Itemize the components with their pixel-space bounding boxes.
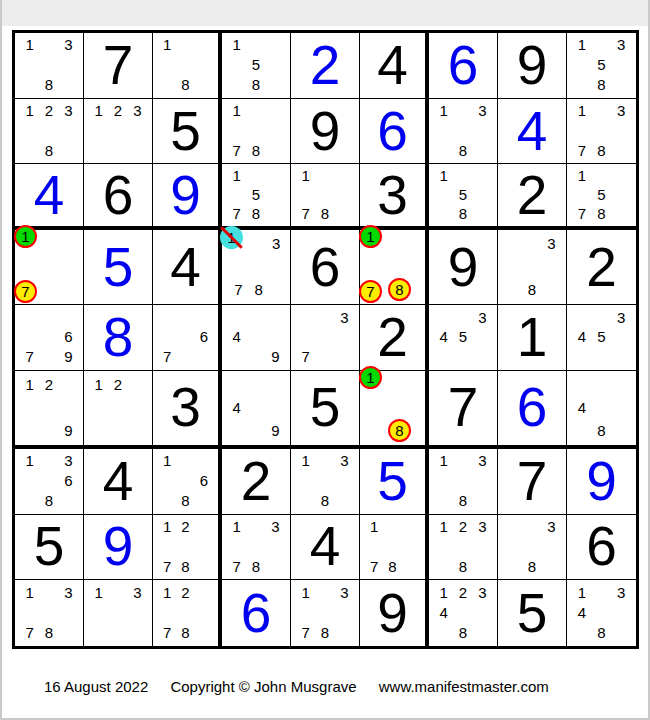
cell-r5c9[interactable]: 345 — [567, 305, 636, 371]
cell-r8c1[interactable]: 5 — [15, 515, 84, 581]
candidate-7-yellow-mark: 7 — [14, 280, 37, 303]
candidate-7: 7 — [158, 623, 176, 643]
window-top-strip — [2, 0, 648, 26]
cell-r6c4[interactable]: 49 — [222, 371, 291, 449]
candidate-9: 9 — [59, 419, 78, 442]
candidate-2: 2 — [176, 582, 194, 602]
candidate-8: 8 — [315, 204, 334, 223]
given-digit: 9 — [498, 33, 566, 98]
cell-r9c6[interactable]: 9 — [360, 580, 429, 646]
candidate-3: 3 — [611, 307, 631, 327]
candidate-1: 1 — [20, 35, 39, 55]
cell-r6c7[interactable]: 7 — [429, 371, 498, 449]
solved-digit: 9 — [567, 449, 636, 514]
candidate-1-elim-mark: 1 — [220, 226, 243, 249]
candidate-8: 8 — [246, 556, 265, 576]
candidate-8: 8 — [176, 75, 194, 95]
cell-r8c9[interactable]: 6 — [567, 515, 636, 581]
cell-r2c9[interactable]: 1378 — [567, 99, 636, 165]
candidate-1: 1 — [296, 582, 315, 602]
candidate-1: 1 — [434, 582, 453, 602]
footer-copyright: Copyright © John Musgrave — [170, 678, 356, 695]
cell-r6c5[interactable]: 5 — [291, 371, 360, 449]
cell-r5c7[interactable]: 345 — [429, 305, 498, 371]
solved-digit: 9 — [84, 515, 152, 580]
cell-r9c9[interactable]: 1348 — [567, 580, 636, 646]
candidate-3: 3 — [335, 451, 354, 471]
candidate-8: 8 — [592, 419, 612, 442]
candidate-7: 7 — [227, 278, 250, 301]
cell-r9c2[interactable]: 13 — [84, 580, 153, 646]
candidate-9: 9 — [266, 347, 285, 367]
candidate-1: 1 — [296, 451, 315, 471]
cell-r9c4[interactable]: 6 — [222, 580, 291, 646]
given-digit: 1 — [498, 305, 566, 370]
cell-r3c9[interactable]: 1578 — [567, 164, 636, 230]
solved-digit: 6 — [498, 371, 566, 445]
cell-r1c9[interactable]: 1358 — [567, 33, 636, 99]
given-digit: 2 — [498, 164, 566, 226]
cell-r3c8[interactable]: 2 — [498, 164, 567, 230]
candidate-3: 3 — [473, 451, 492, 471]
candidate-1: 1 — [89, 373, 108, 396]
solved-digit: 6 — [429, 33, 497, 98]
candidate-7-yellow-mark: 7 — [359, 280, 382, 303]
cell-r3c3[interactable]: 9 — [153, 164, 222, 230]
candidate-1: 1 — [434, 166, 453, 185]
candidate-8: 8 — [315, 623, 334, 643]
cell-r1c3[interactable]: 18 — [153, 33, 222, 99]
candidate-1: 1 — [572, 166, 592, 185]
solved-digit: 5 — [360, 449, 425, 514]
cell-r7c6[interactable]: 5 — [360, 449, 429, 515]
candidate-6: 6 — [59, 327, 78, 347]
candidate-8: 8 — [246, 141, 265, 161]
given-digit: 7 — [429, 371, 497, 445]
candidate-1: 1 — [434, 451, 453, 471]
cell-r7c7[interactable]: 138 — [429, 449, 498, 515]
candidate-2: 2 — [453, 517, 472, 537]
cell-r2c6[interactable]: 6 — [360, 99, 429, 165]
candidate-7: 7 — [227, 556, 246, 576]
cell-r9c8[interactable]: 5 — [498, 580, 567, 646]
candidate-3: 3 — [611, 101, 631, 121]
candidate-8: 8 — [522, 556, 541, 576]
cell-r8c4[interactable]: 1378 — [222, 515, 291, 581]
cell-r3c6[interactable]: 3 — [360, 164, 429, 230]
given-digit: 5 — [498, 580, 566, 646]
candidate-6: 6 — [195, 471, 213, 491]
candidate-4: 4 — [572, 396, 592, 419]
candidate-7: 7 — [296, 347, 315, 367]
footer: 16 August 2022 Copyright © John Musgrave… — [44, 678, 549, 695]
cell-r3c1[interactable]: 4 — [15, 164, 84, 230]
candidate-6: 6 — [59, 471, 78, 491]
candidate-1: 1 — [20, 373, 39, 396]
candidate-3: 3 — [128, 101, 147, 121]
candidate-1-green-mark: 1 — [359, 366, 382, 389]
candidate-3: 3 — [59, 582, 78, 602]
cell-r2c4[interactable]: 178 — [222, 99, 291, 165]
candidate-8: 8 — [246, 75, 265, 95]
cell-r1c8[interactable]: 9 — [498, 33, 567, 99]
candidate-1: 1 — [158, 517, 176, 537]
cell-r2c8[interactable]: 4 — [498, 99, 567, 165]
candidate-8: 8 — [250, 278, 268, 301]
cell-r8c7[interactable]: 1238 — [429, 515, 498, 581]
candidate-8: 8 — [592, 75, 612, 95]
candidate-1: 1 — [227, 101, 246, 121]
candidate-7: 7 — [572, 204, 592, 223]
cell-r7c4[interactable]: 2 — [222, 449, 291, 515]
given-digit: 4 — [291, 515, 359, 580]
cell-r6c8[interactable]: 6 — [498, 371, 567, 449]
candidate-1: 1 — [20, 582, 39, 602]
candidate-1: 1 — [20, 101, 39, 121]
candidate-4: 4 — [434, 603, 453, 623]
candidate-8: 8 — [39, 491, 58, 511]
candidate-3: 3 — [128, 582, 147, 602]
cell-r6c6[interactable]: 18 — [360, 371, 429, 449]
candidate-3: 3 — [335, 307, 354, 327]
candidate-8: 8 — [453, 556, 472, 576]
candidate-3: 3 — [266, 517, 285, 537]
cell-r5c2[interactable]: 8 — [84, 305, 153, 371]
solved-digit: 4 — [15, 164, 83, 226]
candidate-1: 1 — [434, 517, 453, 537]
cell-r2c1[interactable]: 1238 — [15, 99, 84, 165]
given-digit: 9 — [291, 99, 359, 164]
candidate-5: 5 — [453, 185, 472, 204]
solved-digit: 8 — [84, 305, 152, 370]
candidate-8-yellow-mark: 8 — [388, 278, 411, 301]
candidate-8-yellow-mark: 8 — [388, 419, 411, 442]
candidate-5: 5 — [246, 55, 265, 75]
candidate-3: 3 — [611, 582, 631, 602]
candidate-7: 7 — [158, 556, 176, 576]
candidate-8: 8 — [176, 623, 194, 643]
candidate-8: 8 — [592, 204, 612, 223]
cell-r5c4[interactable]: 49 — [222, 305, 291, 371]
cell-r4c8[interactable]: 38 — [498, 230, 567, 305]
candidate-7: 7 — [158, 347, 176, 367]
cell-r3c7[interactable]: 158 — [429, 164, 498, 230]
candidate-3: 3 — [542, 517, 561, 537]
cell-r6c1[interactable]: 129 — [15, 371, 84, 449]
cell-r1c6[interactable]: 4 — [360, 33, 429, 99]
sudoku-board: 1387181582469135812381235178961384137846… — [12, 30, 639, 649]
candidate-3: 3 — [59, 451, 78, 471]
cell-r1c7[interactable]: 6 — [429, 33, 498, 99]
solved-digit: 4 — [498, 99, 566, 164]
candidate-8: 8 — [246, 204, 265, 223]
candidate-2: 2 — [108, 373, 127, 396]
given-digit: 4 — [84, 449, 152, 514]
cell-r7c3[interactable]: 168 — [153, 449, 222, 515]
cell-r5c5[interactable]: 37 — [291, 305, 360, 371]
page: 1387181582469135812381235178961384137846… — [0, 0, 650, 720]
cell-r4c4[interactable]: 1378 — [222, 230, 291, 305]
candidate-3: 3 — [473, 307, 492, 327]
cell-r2c5[interactable]: 9 — [291, 99, 360, 165]
candidate-3: 3 — [542, 232, 561, 255]
given-digit: 9 — [360, 580, 425, 646]
cell-r5c8[interactable]: 1 — [498, 305, 567, 371]
candidate-1: 1 — [365, 517, 383, 537]
cell-r9c3[interactable]: 1278 — [153, 580, 222, 646]
given-digit: 6 — [84, 164, 152, 226]
candidate-5: 5 — [246, 185, 265, 204]
candidate-2: 2 — [453, 582, 472, 602]
candidate-3: 3 — [59, 101, 78, 121]
candidate-1: 1 — [434, 101, 453, 121]
candidate-8: 8 — [176, 556, 194, 576]
cell-r9c5[interactable]: 1378 — [291, 580, 360, 646]
candidate-8: 8 — [315, 491, 334, 511]
cell-r8c8[interactable]: 38 — [498, 515, 567, 581]
cell-r2c7[interactable]: 138 — [429, 99, 498, 165]
given-digit: 7 — [84, 33, 152, 98]
cell-r2c3[interactable]: 5 — [153, 99, 222, 165]
candidate-1-green-mark: 1 — [14, 225, 37, 248]
candidate-5: 5 — [592, 55, 612, 75]
candidate-7: 7 — [296, 204, 315, 223]
cell-r1c5[interactable]: 2 — [291, 33, 360, 99]
candidate-5: 5 — [592, 185, 612, 204]
cell-r2c2[interactable]: 123 — [84, 99, 153, 165]
given-digit: 9 — [429, 230, 497, 304]
cell-r7c8[interactable]: 7 — [498, 449, 567, 515]
solved-digit: 9 — [153, 164, 218, 226]
given-digit: 7 — [498, 449, 566, 514]
cell-r1c1[interactable]: 138 — [15, 33, 84, 99]
candidate-3: 3 — [473, 517, 492, 537]
cell-r5c6[interactable]: 2 — [360, 305, 429, 371]
cell-r7c5[interactable]: 138 — [291, 449, 360, 515]
candidate-4: 4 — [227, 327, 246, 347]
candidate-3: 3 — [335, 582, 354, 602]
candidate-1: 1 — [158, 451, 176, 471]
given-digit: 2 — [567, 230, 636, 304]
candidate-1: 1 — [227, 517, 246, 537]
candidate-8: 8 — [592, 141, 612, 161]
cell-r4c5[interactable]: 6 — [291, 230, 360, 305]
candidate-8: 8 — [592, 623, 612, 643]
candidate-5: 5 — [592, 327, 612, 347]
solved-digit: 6 — [360, 99, 425, 164]
cell-r7c9[interactable]: 9 — [567, 449, 636, 515]
cell-r1c4[interactable]: 158 — [222, 33, 291, 99]
cell-r4c6[interactable]: 178 — [360, 230, 429, 305]
cell-r8c2[interactable]: 9 — [84, 515, 153, 581]
candidate-4: 4 — [572, 603, 592, 623]
given-digit: 6 — [291, 230, 359, 304]
candidate-8: 8 — [453, 141, 472, 161]
candidate-3: 3 — [473, 582, 492, 602]
given-digit: 5 — [15, 515, 83, 580]
given-digit: 4 — [360, 33, 425, 98]
cell-r7c1[interactable]: 1368 — [15, 449, 84, 515]
candidate-3: 3 — [611, 35, 631, 55]
candidate-2: 2 — [108, 101, 127, 121]
candidate-9: 9 — [266, 419, 285, 442]
candidate-7: 7 — [365, 556, 383, 576]
cell-r1c2[interactable]: 7 — [84, 33, 153, 99]
candidate-8: 8 — [453, 491, 472, 511]
cell-r6c9[interactable]: 48 — [567, 371, 636, 449]
candidate-3: 3 — [268, 232, 286, 255]
candidate-6: 6 — [195, 327, 213, 347]
candidate-1: 1 — [227, 166, 246, 185]
cell-r5c1[interactable]: 679 — [15, 305, 84, 371]
candidate-8: 8 — [39, 141, 58, 161]
given-digit: 6 — [567, 515, 636, 580]
candidate-7: 7 — [572, 141, 592, 161]
candidate-4: 4 — [227, 396, 246, 419]
candidate-1: 1 — [89, 101, 108, 121]
footer-website-link[interactable]: www.manifestmaster.com — [379, 678, 549, 695]
cell-r8c3[interactable]: 1278 — [153, 515, 222, 581]
given-digit: 3 — [360, 164, 425, 226]
given-digit: 3 — [153, 371, 218, 445]
candidate-7: 7 — [20, 623, 39, 643]
cell-r4c3[interactable]: 4 — [153, 230, 222, 305]
candidate-3: 3 — [473, 101, 492, 121]
candidate-4: 4 — [434, 327, 453, 347]
cell-r3c5[interactable]: 178 — [291, 164, 360, 230]
cell-r7c2[interactable]: 4 — [84, 449, 153, 515]
candidate-7: 7 — [296, 623, 315, 643]
candidate-1: 1 — [158, 35, 176, 55]
cell-r4c1[interactable]: 17 — [15, 230, 84, 305]
cell-r6c2[interactable]: 12 — [84, 371, 153, 449]
candidate-2: 2 — [176, 517, 194, 537]
candidate-8: 8 — [176, 491, 194, 511]
cell-r9c1[interactable]: 1378 — [15, 580, 84, 646]
candidate-1: 1 — [572, 35, 592, 55]
candidate-1: 1 — [572, 101, 592, 121]
given-digit: 5 — [153, 99, 218, 164]
candidate-7: 7 — [227, 204, 246, 223]
candidate-1-green-mark: 1 — [359, 225, 382, 248]
candidate-1: 1 — [20, 451, 39, 471]
solved-digit: 5 — [84, 230, 152, 304]
footer-date: 16 August 2022 — [44, 678, 148, 695]
given-digit: 2 — [222, 449, 290, 514]
solved-digit: 2 — [291, 33, 359, 98]
cell-r3c4[interactable]: 1578 — [222, 164, 291, 230]
candidate-4: 4 — [572, 327, 592, 347]
candidate-7: 7 — [227, 141, 246, 161]
cell-r4c7[interactable]: 9 — [429, 230, 498, 305]
candidate-1: 1 — [158, 582, 176, 602]
cell-r4c9[interactable]: 2 — [567, 230, 636, 305]
cell-r8c5[interactable]: 4 — [291, 515, 360, 581]
candidate-1: 1 — [296, 166, 315, 185]
given-digit: 2 — [360, 305, 425, 370]
candidate-1: 1 — [227, 35, 246, 55]
cell-r3c2[interactable]: 6 — [84, 164, 153, 230]
candidate-8: 8 — [39, 623, 58, 643]
candidate-8: 8 — [453, 623, 472, 643]
candidate-2: 2 — [39, 101, 58, 121]
candidate-8: 8 — [453, 204, 472, 223]
cell-r5c3[interactable]: 67 — [153, 305, 222, 371]
candidate-2: 2 — [39, 373, 58, 396]
candidate-1: 1 — [572, 582, 592, 602]
cell-r9c7[interactable]: 12348 — [429, 580, 498, 646]
given-digit: 5 — [291, 371, 359, 445]
cell-r6c3[interactable]: 3 — [153, 371, 222, 449]
candidate-1: 1 — [89, 582, 108, 602]
candidate-7: 7 — [20, 347, 39, 367]
candidate-3: 3 — [59, 35, 78, 55]
candidate-9: 9 — [59, 347, 78, 367]
solved-digit: 6 — [222, 580, 290, 646]
candidate-8: 8 — [383, 556, 401, 576]
given-digit: 4 — [153, 230, 218, 304]
cell-r4c2[interactable]: 5 — [84, 230, 153, 305]
cell-r8c6[interactable]: 178 — [360, 515, 429, 581]
candidate-5: 5 — [453, 327, 472, 347]
candidate-8: 8 — [39, 75, 58, 95]
candidate-8: 8 — [522, 278, 541, 301]
